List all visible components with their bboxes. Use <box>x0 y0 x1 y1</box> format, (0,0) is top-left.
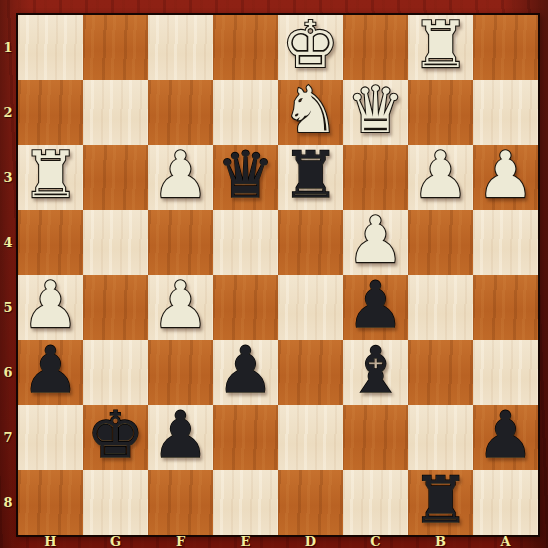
rank-label-3: 3 <box>0 145 16 210</box>
square-c1[interactable] <box>343 15 408 80</box>
square-d3[interactable]: ♜ <box>278 145 343 210</box>
square-a4[interactable] <box>473 210 538 275</box>
file-label-f: F <box>148 535 213 548</box>
piece-white-pawn[interactable]: ♟ <box>152 273 209 338</box>
square-g3[interactable] <box>83 145 148 210</box>
square-h4[interactable] <box>18 210 83 275</box>
square-f2[interactable] <box>148 80 213 145</box>
piece-white-knight[interactable]: ♞ <box>282 78 339 143</box>
square-e2[interactable] <box>213 80 278 145</box>
rank-label-4: 4 <box>0 210 16 275</box>
square-a7[interactable]: ♟ <box>473 405 538 470</box>
square-g1[interactable] <box>83 15 148 80</box>
square-c5[interactable]: ♟ <box>343 275 408 340</box>
square-b3[interactable]: ♟ <box>408 145 473 210</box>
chess-board-window: ♚♜♞♛♜♟♛♜♟♟♟♟♟♟♟♟♝♚♟♟♜ 12345678 HGFEDCBA <box>0 0 548 548</box>
piece-white-pawn[interactable]: ♟ <box>347 208 404 273</box>
square-e1[interactable] <box>213 15 278 80</box>
piece-white-pawn[interactable]: ♟ <box>22 273 79 338</box>
piece-white-pawn[interactable]: ♟ <box>412 143 469 208</box>
piece-black-pawn[interactable]: ♟ <box>217 338 274 403</box>
piece-white-rook[interactable]: ♜ <box>412 13 469 78</box>
piece-black-pawn[interactable]: ♟ <box>152 403 209 468</box>
square-e8[interactable] <box>213 470 278 535</box>
square-h5[interactable]: ♟ <box>18 275 83 340</box>
square-a5[interactable] <box>473 275 538 340</box>
square-e5[interactable] <box>213 275 278 340</box>
file-label-d: D <box>278 535 343 548</box>
square-e4[interactable] <box>213 210 278 275</box>
square-c3[interactable] <box>343 145 408 210</box>
square-g2[interactable] <box>83 80 148 145</box>
piece-black-pawn[interactable]: ♟ <box>477 403 534 468</box>
square-h8[interactable] <box>18 470 83 535</box>
square-c8[interactable] <box>343 470 408 535</box>
file-label-e: E <box>213 535 278 548</box>
square-b6[interactable] <box>408 340 473 405</box>
square-f5[interactable]: ♟ <box>148 275 213 340</box>
file-label-b: B <box>408 535 473 548</box>
square-b8[interactable]: ♜ <box>408 470 473 535</box>
square-f7[interactable]: ♟ <box>148 405 213 470</box>
square-b7[interactable] <box>408 405 473 470</box>
piece-black-pawn[interactable]: ♟ <box>22 338 79 403</box>
square-e7[interactable] <box>213 405 278 470</box>
square-a8[interactable] <box>473 470 538 535</box>
file-label-c: C <box>343 535 408 548</box>
square-e3[interactable]: ♛ <box>213 145 278 210</box>
square-d8[interactable] <box>278 470 343 535</box>
piece-white-pawn[interactable]: ♟ <box>152 143 209 208</box>
square-g5[interactable] <box>83 275 148 340</box>
square-e6[interactable]: ♟ <box>213 340 278 405</box>
file-label-h: H <box>18 535 83 548</box>
file-label-g: G <box>83 535 148 548</box>
square-d6[interactable] <box>278 340 343 405</box>
square-c7[interactable] <box>343 405 408 470</box>
square-c4[interactable]: ♟ <box>343 210 408 275</box>
rank-label-7: 7 <box>0 405 16 470</box>
rank-label-8: 8 <box>0 470 16 535</box>
piece-black-bishop[interactable]: ♝ <box>347 338 404 403</box>
piece-white-king[interactable]: ♚ <box>282 13 339 78</box>
square-f6[interactable] <box>148 340 213 405</box>
piece-black-rook[interactable]: ♜ <box>412 468 469 533</box>
square-f4[interactable] <box>148 210 213 275</box>
square-c6[interactable]: ♝ <box>343 340 408 405</box>
square-d7[interactable] <box>278 405 343 470</box>
square-f3[interactable]: ♟ <box>148 145 213 210</box>
rank-label-6: 6 <box>0 340 16 405</box>
piece-black-rook[interactable]: ♜ <box>282 143 339 208</box>
file-label-a: A <box>473 535 538 548</box>
square-b4[interactable] <box>408 210 473 275</box>
piece-black-pawn[interactable]: ♟ <box>347 273 404 338</box>
square-g7[interactable]: ♚ <box>83 405 148 470</box>
square-f8[interactable] <box>148 470 213 535</box>
square-a2[interactable] <box>473 80 538 145</box>
square-d5[interactable] <box>278 275 343 340</box>
square-d1[interactable]: ♚ <box>278 15 343 80</box>
piece-white-queen[interactable]: ♛ <box>347 78 404 143</box>
square-h3[interactable]: ♜ <box>18 145 83 210</box>
square-g8[interactable] <box>83 470 148 535</box>
square-b2[interactable] <box>408 80 473 145</box>
square-h1[interactable] <box>18 15 83 80</box>
square-a1[interactable] <box>473 15 538 80</box>
square-g6[interactable] <box>83 340 148 405</box>
square-g4[interactable] <box>83 210 148 275</box>
square-b1[interactable]: ♜ <box>408 15 473 80</box>
square-a6[interactable] <box>473 340 538 405</box>
square-f1[interactable] <box>148 15 213 80</box>
piece-black-king[interactable]: ♚ <box>87 403 144 468</box>
square-c2[interactable]: ♛ <box>343 80 408 145</box>
square-b5[interactable] <box>408 275 473 340</box>
piece-white-rook[interactable]: ♜ <box>22 143 79 208</box>
square-d2[interactable]: ♞ <box>278 80 343 145</box>
rank-label-5: 5 <box>0 275 16 340</box>
square-h2[interactable] <box>18 80 83 145</box>
rank-label-1: 1 <box>0 15 16 80</box>
square-d4[interactable] <box>278 210 343 275</box>
square-h6[interactable]: ♟ <box>18 340 83 405</box>
square-a3[interactable]: ♟ <box>473 145 538 210</box>
piece-black-queen[interactable]: ♛ <box>217 143 274 208</box>
chess-board: ♚♜♞♛♜♟♛♜♟♟♟♟♟♟♟♟♝♚♟♟♜ <box>16 13 540 537</box>
piece-white-pawn[interactable]: ♟ <box>477 143 534 208</box>
rank-label-2: 2 <box>0 80 16 145</box>
square-h7[interactable] <box>18 405 83 470</box>
